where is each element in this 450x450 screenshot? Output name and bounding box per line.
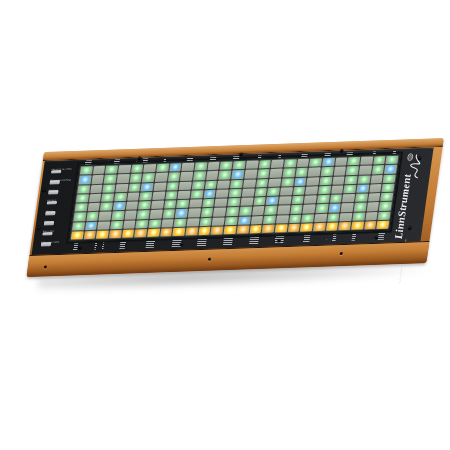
control-global-settings: GLOBAL SETTINGS — [41, 239, 67, 246]
control-switch-1: SWITCH 1 — [47, 198, 73, 205]
pad-r1-c11[interactable] — [198, 227, 211, 236]
control-label-per-split-settings: PER-SPLIT SETTINGS — [52, 168, 72, 169]
pad-r8-c9[interactable] — [182, 163, 195, 172]
pad-r6-c5[interactable] — [128, 183, 141, 192]
pad-r5-c5[interactable] — [127, 192, 140, 201]
pad-r8-c10[interactable] — [194, 162, 207, 171]
panel-microtext-mark — [324, 152, 330, 155]
panel-microtext-mark — [300, 235, 310, 242]
rail-hole — [208, 258, 211, 261]
pad-r6-c14[interactable] — [243, 179, 256, 188]
pad-r3-c11[interactable] — [201, 208, 214, 217]
pad-r5-c11[interactable] — [203, 190, 216, 199]
pad-r8-c5[interactable] — [131, 164, 144, 173]
pad-r7-c8[interactable] — [168, 172, 181, 181]
pad-r7-c9[interactable] — [180, 172, 193, 181]
pad-r6-c21[interactable] — [332, 176, 345, 185]
control-octave-transpose: OCTAVE / TRANSPOSE — [49, 177, 75, 184]
pad-r8-c16[interactable] — [271, 160, 284, 169]
panel-microtext-mark — [210, 156, 216, 159]
pad-r6-c25[interactable] — [383, 174, 396, 183]
pad-r8-c19[interactable] — [309, 158, 322, 167]
pad-r4-c17[interactable] — [278, 196, 291, 205]
pad-r4-c5[interactable] — [126, 201, 139, 210]
control-button-switch-1[interactable] — [47, 201, 58, 205]
pad-r8-c3[interactable] — [105, 165, 118, 174]
pad-r7-c19[interactable] — [308, 168, 321, 177]
pad-r5-c17[interactable] — [280, 187, 293, 196]
pad-r1-c23[interactable] — [351, 221, 364, 230]
pad-r5-c7[interactable] — [152, 191, 165, 200]
pad-r6-c13[interactable] — [230, 179, 243, 188]
pad-r3-c18[interactable] — [290, 205, 303, 214]
pad-r6-c15[interactable] — [256, 179, 269, 188]
pad-r4-c14[interactable] — [240, 197, 253, 206]
pad-r6-c10[interactable] — [192, 181, 205, 190]
panel-microtext-mark — [256, 155, 262, 158]
pad-r4-c7[interactable] — [151, 201, 164, 210]
pad-r2-c7[interactable] — [148, 219, 161, 228]
pad-r4-c8[interactable] — [164, 200, 177, 209]
pad-r1-c12[interactable] — [211, 226, 224, 235]
pad-r4-c6[interactable] — [138, 201, 151, 210]
pad-r8-c6[interactable] — [143, 164, 156, 173]
pad-r7-c15[interactable] — [257, 169, 270, 178]
pad-r4-c11[interactable] — [202, 199, 215, 208]
pad-r8-c4[interactable] — [118, 165, 131, 174]
pad-r4-c24[interactable] — [368, 193, 381, 202]
pad-r4-c15[interactable] — [253, 197, 266, 206]
pad-r4-c22[interactable] — [342, 194, 355, 203]
pad-r2-c12[interactable] — [212, 217, 225, 226]
control-label-split-point: SPLIT POINT — [43, 230, 55, 231]
pad-r5-c10[interactable] — [191, 190, 204, 199]
pad-r4-c19[interactable] — [304, 195, 317, 204]
pad-r2-c4[interactable] — [110, 220, 123, 229]
panel-microtext-mark — [233, 156, 239, 159]
pad-r8-c23[interactable] — [360, 156, 373, 165]
pad-r6-c23[interactable] — [358, 175, 371, 184]
pad-r7-c13[interactable] — [231, 170, 244, 179]
pad-r2-c10[interactable] — [187, 218, 200, 227]
pad-r1-c25[interactable] — [376, 220, 389, 229]
pad-r3-c6[interactable] — [137, 210, 150, 219]
panel-microtext-mark — [326, 234, 336, 241]
pad-r8-c15[interactable] — [258, 160, 271, 169]
pad-r2-c25[interactable] — [378, 211, 391, 220]
control-label-volume: VOLUME — [46, 210, 54, 211]
pad-r4-c12[interactable] — [215, 198, 228, 207]
panel-microtext-mark — [68, 243, 78, 250]
rail-hole — [44, 265, 47, 268]
pad-r5-c2[interactable] — [89, 194, 102, 203]
panel-microtext-mark — [378, 233, 388, 240]
panel-microtext-mark — [223, 238, 233, 245]
panel-microtext-mark — [120, 242, 130, 249]
pad-r5-c13[interactable] — [229, 189, 242, 198]
pad-r2-c21[interactable] — [327, 213, 340, 222]
pad-r7-c1[interactable] — [78, 175, 91, 184]
pad-r5-c14[interactable] — [242, 188, 255, 197]
pad-r3-c19[interactable] — [303, 205, 316, 214]
pad-r7-c25[interactable] — [384, 165, 397, 174]
pad-r4-c3[interactable] — [100, 202, 113, 211]
pad-r3-c25[interactable] — [379, 202, 392, 211]
pad-r7-c24[interactable] — [372, 165, 385, 174]
pad-r8-c22[interactable] — [347, 157, 360, 166]
pad-r3-c5[interactable] — [124, 211, 137, 220]
pad-r3-c3[interactable] — [99, 212, 112, 221]
panel-microtext-mark — [278, 154, 284, 157]
pad-r5-c19[interactable] — [305, 186, 318, 195]
control-label-global-settings: GLOBAL SETTINGS — [41, 241, 59, 242]
pad-r3-c17[interactable] — [277, 205, 290, 214]
pad-r5-c1[interactable] — [76, 194, 89, 203]
pad-r3-c23[interactable] — [354, 203, 367, 212]
pad-r5-c20[interactable] — [318, 186, 331, 195]
pad-r6-c24[interactable] — [370, 175, 383, 184]
pad-r5-c12[interactable] — [216, 189, 229, 198]
pad-r1-c9[interactable] — [173, 227, 186, 236]
pad-r3-c15[interactable] — [252, 206, 265, 215]
pad-r1-c22[interactable] — [338, 222, 351, 231]
pad-r3-c12[interactable] — [213, 208, 226, 217]
pad-r2-c15[interactable] — [250, 216, 263, 225]
panel-microtext-mark — [370, 151, 376, 154]
pad-r8-c8[interactable] — [169, 163, 182, 172]
pad-r2-c16[interactable] — [263, 215, 276, 224]
pad-r7-c22[interactable] — [346, 166, 359, 175]
control-volume: VOLUME — [45, 208, 71, 215]
pad-r1-c2[interactable] — [83, 231, 96, 240]
panel-microtext-mark — [164, 158, 170, 161]
pad-r5-c8[interactable] — [165, 191, 178, 200]
pad-r7-c17[interactable] — [282, 168, 295, 177]
pad-r7-c10[interactable] — [193, 171, 206, 180]
control-label-switch-2: SWITCH 2 — [49, 189, 58, 190]
pad-r6-c1[interactable] — [77, 185, 90, 194]
control-switch-2: SWITCH 2 — [48, 188, 74, 195]
pad-r4-c2[interactable] — [87, 203, 100, 212]
control-panel: PER-SPLIT SETTINGSOCTAVE / TRANSPOSESWIT… — [32, 147, 434, 255]
pad-r4-c23[interactable] — [355, 193, 368, 202]
pad-r2-c20[interactable] — [314, 213, 327, 222]
pad-r5-c18[interactable] — [292, 186, 305, 195]
pad-r2-c19[interactable] — [301, 214, 314, 223]
pad-r8-c25[interactable] — [386, 156, 399, 165]
pad-r8-c11[interactable] — [207, 162, 220, 171]
pad-r1-c24[interactable] — [364, 221, 377, 230]
pad-r6-c12[interactable] — [217, 180, 230, 189]
pad-r7-c23[interactable] — [359, 166, 372, 175]
pad-r4-c21[interactable] — [329, 194, 342, 203]
pad-r8-c1[interactable] — [80, 166, 93, 175]
control-per-split-settings: PER-SPLIT SETTINGS — [51, 167, 77, 174]
pad-r1-c4[interactable] — [109, 230, 122, 239]
panel-microtext-mark — [108, 159, 120, 163]
pad-r2-c9[interactable] — [174, 218, 187, 227]
control-split-point: SPLIT POINT — [42, 229, 68, 236]
control-button-split-point[interactable] — [42, 232, 53, 236]
pad-r6-c20[interactable] — [319, 176, 332, 185]
pad-r2-c14[interactable] — [238, 216, 251, 225]
product-photo-stage: PER-SPLIT SETTINGSOCTAVE / TRANSPOSESWIT… — [0, 0, 450, 450]
pad-r4-c16[interactable] — [266, 197, 279, 206]
pad-r6-c7[interactable] — [154, 182, 167, 191]
pad-r2-c3[interactable] — [97, 221, 110, 230]
pad-r8-c17[interactable] — [284, 159, 297, 168]
panel-microtext-mark — [301, 153, 307, 156]
pad-r8-c12[interactable] — [220, 161, 233, 170]
pad-r6-c19[interactable] — [307, 177, 320, 186]
pad-r3-c22[interactable] — [341, 203, 354, 212]
pad-r7-c5[interactable] — [129, 174, 142, 183]
pad-r3-c16[interactable] — [264, 206, 277, 215]
pad-r6-c6[interactable] — [141, 183, 154, 192]
pad-r2-c22[interactable] — [340, 212, 353, 221]
pad-r2-c1[interactable] — [72, 222, 85, 231]
pad-r2-c5[interactable] — [123, 220, 136, 229]
pad-r4-c9[interactable] — [177, 200, 190, 209]
pad-r3-c8[interactable] — [162, 209, 175, 218]
control-label-preset: PRESET — [44, 220, 52, 221]
rail-hole — [340, 252, 343, 255]
pad-r8-c24[interactable] — [373, 156, 386, 165]
pad-r4-c20[interactable] — [317, 195, 330, 204]
pad-r1-c14[interactable] — [236, 225, 249, 234]
panel-microtext-mark — [249, 237, 259, 244]
pad-r8-c18[interactable] — [296, 159, 309, 168]
pad-r4-c4[interactable] — [113, 202, 126, 211]
pad-r6-c3[interactable] — [103, 184, 116, 193]
pad-r6-c17[interactable] — [281, 178, 294, 187]
panel-microtext-mark — [352, 234, 362, 241]
screw-icon — [239, 153, 242, 156]
linnstrument-device: PER-SPLIT SETTINGSOCTAVE / TRANSPOSESWIT… — [26, 138, 444, 277]
pad-r5-c15[interactable] — [254, 188, 267, 197]
pad-r8-c7[interactable] — [156, 164, 169, 173]
pad-r6-c4[interactable] — [115, 183, 128, 192]
pad-r2-c23[interactable] — [352, 212, 365, 221]
pad-r3-c9[interactable] — [175, 209, 188, 218]
panel-microtext-mark — [80, 160, 92, 164]
pad-r1-c16[interactable] — [262, 224, 275, 233]
panel-microtext-mark — [94, 242, 104, 249]
pad-r7-c16[interactable] — [270, 169, 283, 178]
pad-r6-c16[interactable] — [268, 178, 281, 187]
pad-r6-c11[interactable] — [205, 180, 218, 189]
pad-r5-c24[interactable] — [369, 184, 382, 193]
pad-r7-c12[interactable] — [219, 171, 232, 180]
pad-r7-c3[interactable] — [104, 175, 117, 184]
control-label-octave-transpose: OCTAVE / TRANSPOSE — [50, 178, 71, 180]
pad-r1-c15[interactable] — [249, 225, 262, 234]
pad-r2-c13[interactable] — [225, 216, 238, 225]
pad-r4-c10[interactable] — [189, 199, 202, 208]
control-label-switch-1: SWITCH 1 — [47, 199, 56, 200]
pad-r5-c6[interactable] — [140, 192, 153, 201]
panel-microtext-mark — [393, 150, 399, 153]
pad-r7-c7[interactable] — [155, 173, 168, 182]
pad-r8-c2[interactable] — [93, 166, 106, 175]
pad-r1-c6[interactable] — [134, 229, 147, 238]
panel-microtext-mark — [187, 157, 193, 160]
pad-r5-c3[interactable] — [101, 193, 114, 202]
pad-r6-c2[interactable] — [90, 184, 103, 193]
pad-r7-c20[interactable] — [321, 167, 334, 176]
pad-r6-c18[interactable] — [294, 177, 307, 186]
pad-r1-c21[interactable] — [326, 222, 339, 231]
control-preset: PRESET — [44, 219, 70, 226]
pad-r2-c2[interactable] — [85, 221, 98, 230]
pad-r8-c21[interactable] — [335, 157, 348, 166]
pad-r1-c19[interactable] — [300, 223, 313, 232]
pad-grid-area — [65, 148, 404, 253]
pad-r2-c17[interactable] — [276, 215, 289, 224]
pad-r5-c9[interactable] — [178, 190, 191, 199]
panel-microtext-mark — [145, 241, 155, 248]
pad-r1-c3[interactable] — [96, 230, 109, 239]
pad-r3-c21[interactable] — [328, 204, 341, 213]
control-button-per-split-settings[interactable] — [51, 170, 62, 174]
pad-r1-c10[interactable] — [185, 227, 198, 236]
pad-r5-c23[interactable] — [356, 184, 369, 193]
pad-r1-c13[interactable] — [224, 226, 237, 235]
pad-r5-c16[interactable] — [267, 187, 280, 196]
pad-r1-c20[interactable] — [313, 223, 326, 232]
pad-r2-c8[interactable] — [161, 219, 174, 228]
pad-r3-c2[interactable] — [86, 212, 99, 221]
pad-r3-c13[interactable] — [226, 207, 239, 216]
pad-r7-c14[interactable] — [244, 170, 257, 179]
pad-r6-c22[interactable] — [345, 175, 358, 184]
pad-r4-c13[interactable] — [227, 198, 240, 207]
pad-r1-c5[interactable] — [122, 229, 135, 238]
panel-microtext-mark — [347, 152, 353, 155]
pad-r7-c11[interactable] — [206, 171, 219, 180]
pad-r3-c1[interactable] — [73, 212, 86, 221]
pad-r4-c25[interactable] — [380, 193, 393, 202]
pad-r8-c14[interactable] — [245, 160, 258, 169]
pad-r3-c7[interactable] — [150, 210, 163, 219]
pad-r2-c6[interactable] — [136, 220, 149, 229]
pad-r3-c10[interactable] — [188, 208, 201, 217]
pad-r7-c21[interactable] — [333, 167, 346, 176]
pad-r3-c4[interactable] — [112, 211, 125, 220]
pad-r8-c20[interactable] — [322, 158, 335, 167]
pad-r7-c2[interactable] — [91, 175, 104, 184]
panel-microtext-mark — [197, 239, 207, 246]
pad-r3-c20[interactable] — [315, 204, 328, 213]
pad-r4-c18[interactable] — [291, 196, 304, 205]
pad-r1-c18[interactable] — [287, 223, 300, 232]
pad-r3-c24[interactable] — [366, 202, 379, 211]
pad-r3-c14[interactable] — [239, 207, 252, 216]
pad-r1-c17[interactable] — [275, 224, 288, 233]
pad-r5-c4[interactable] — [114, 193, 127, 202]
pad-r2-c24[interactable] — [365, 212, 378, 221]
pad-r2-c11[interactable] — [199, 217, 212, 226]
pad-r1-c1[interactable] — [71, 231, 84, 240]
pad-r6-c9[interactable] — [179, 181, 192, 190]
pad-r7-c4[interactable] — [117, 174, 130, 183]
pad-r2-c18[interactable] — [289, 214, 302, 223]
pad-r4-c1[interactable] — [75, 203, 88, 212]
pad-r1-c7[interactable] — [147, 228, 160, 237]
pad-r7-c18[interactable] — [295, 168, 308, 177]
pad-r5-c25[interactable] — [382, 183, 395, 192]
pad-r6-c8[interactable] — [166, 182, 179, 191]
pad-grid — [68, 154, 400, 242]
pad-r7-c6[interactable] — [142, 173, 155, 182]
pad-r5-c21[interactable] — [331, 185, 344, 194]
pad-r1-c8[interactable] — [160, 228, 173, 237]
pad-r8-c13[interactable] — [233, 161, 246, 170]
pad-r5-c22[interactable] — [343, 185, 356, 194]
